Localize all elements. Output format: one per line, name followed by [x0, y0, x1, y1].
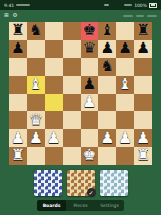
black-pawn[interactable]: ♟ — [134, 40, 152, 58]
white-pawn[interactable]: ♟ — [9, 129, 27, 147]
selected-checkmark-icon: ✓ — [87, 188, 96, 197]
toolbar-text-blur — [123, 15, 133, 17]
square-a8[interactable]: ♜ — [9, 22, 27, 40]
clock-text: 9:41 — [4, 3, 14, 8]
square-c7[interactable] — [45, 40, 63, 58]
square-d8[interactable] — [63, 22, 81, 40]
square-d4[interactable] — [63, 94, 81, 112]
square-c2[interactable]: ♟ — [45, 129, 63, 147]
square-g3[interactable] — [116, 111, 134, 129]
black-pawn[interactable]: ♟ — [81, 76, 99, 94]
square-f8[interactable]: ♝ — [98, 22, 116, 40]
square-a5[interactable] — [9, 76, 27, 94]
square-g1[interactable] — [116, 147, 134, 165]
white-queen[interactable]: ♛ — [27, 111, 45, 129]
square-d3[interactable] — [63, 111, 81, 129]
square-g2[interactable]: ♟ — [116, 129, 134, 147]
square-e1[interactable]: ♚ — [81, 147, 99, 165]
square-a7[interactable]: ♟ — [9, 40, 27, 58]
date-text-blur — [16, 4, 30, 6]
square-h5[interactable] — [134, 76, 152, 94]
white-king[interactable]: ♚ — [81, 147, 99, 165]
square-d6[interactable] — [63, 58, 81, 76]
square-e5[interactable]: ♟ — [81, 76, 99, 94]
square-a1[interactable]: ♜ — [9, 147, 27, 165]
square-e8[interactable]: ♚ — [81, 22, 99, 40]
square-b8[interactable]: ♞ — [27, 22, 45, 40]
square-b6[interactable] — [27, 58, 45, 76]
square-b4[interactable] — [27, 94, 45, 112]
square-e3[interactable] — [81, 111, 99, 129]
square-h2[interactable]: ♟ — [134, 129, 152, 147]
white-pawn[interactable]: ♟ — [134, 129, 152, 147]
square-c8[interactable] — [45, 22, 63, 40]
square-e6[interactable] — [81, 58, 99, 76]
status-left: 9:41 — [4, 3, 30, 8]
square-h4[interactable] — [134, 94, 152, 112]
square-a2[interactable]: ♟ — [9, 129, 27, 147]
black-rook[interactable]: ♜ — [134, 22, 152, 40]
black-pawn[interactable]: ♟ — [9, 40, 27, 58]
square-e7[interactable]: ♛ — [81, 40, 99, 58]
tab-pieces[interactable]: Pieces — [66, 200, 95, 211]
gear-icon[interactable]: ⚙ — [13, 13, 18, 19]
square-g8[interactable] — [116, 22, 134, 40]
white-pawn[interactable]: ♟ — [45, 129, 63, 147]
square-f2[interactable]: ♟ — [98, 129, 116, 147]
black-pawn[interactable]: ♟ — [116, 40, 134, 58]
status-right: 100% — [124, 3, 157, 8]
square-h1[interactable]: ♜ — [134, 147, 152, 165]
square-c4[interactable] — [45, 94, 63, 112]
black-bishop[interactable]: ♝ — [98, 22, 116, 40]
white-rook[interactable]: ♜ — [134, 147, 152, 165]
toolbar: ⊞ ⚙ — [0, 10, 161, 22]
square-e4[interactable]: ♟ — [81, 94, 99, 112]
square-h7[interactable]: ♟ — [134, 40, 152, 58]
black-king[interactable]: ♚ — [81, 22, 99, 40]
toolbar-menu[interactable] — [123, 15, 157, 17]
square-f3[interactable] — [98, 111, 116, 129]
square-c6[interactable] — [45, 58, 63, 76]
square-g5[interactable]: ♝ — [116, 76, 134, 94]
chess-board[interactable]: ♜♞♚♝♜♟♛♟♟♟♞♝♟♝♟♛♟♟♟♟♟♟♜♚♜ — [9, 22, 152, 165]
tab-boards[interactable]: Boards — [37, 200, 66, 211]
square-c3[interactable] — [45, 111, 63, 129]
square-a4[interactable] — [9, 94, 27, 112]
white-pawn[interactable]: ♟ — [116, 129, 134, 147]
square-b1[interactable] — [27, 147, 45, 165]
white-pawn[interactable]: ♟ — [81, 94, 99, 112]
toolbar-text-blur — [147, 15, 157, 17]
square-d2[interactable] — [63, 129, 81, 147]
wifi-icon — [124, 4, 132, 6]
toolbar-text-blur — [136, 15, 144, 17]
square-f4[interactable] — [98, 94, 116, 112]
blue-board-theme[interactable]: ✓ — [34, 170, 62, 196]
battery-percent: 100% — [134, 3, 147, 8]
square-b2[interactable]: ♟ — [27, 129, 45, 147]
grid-icon[interactable]: ⊞ — [4, 13, 9, 19]
square-g7[interactable]: ♟ — [116, 40, 134, 58]
white-pawn[interactable]: ♟ — [27, 129, 45, 147]
square-b7[interactable] — [27, 40, 45, 58]
black-rook[interactable]: ♜ — [9, 22, 27, 40]
black-pawn[interactable]: ♟ — [98, 40, 116, 58]
square-f5[interactable] — [98, 76, 116, 94]
black-knight[interactable]: ♞ — [98, 58, 116, 76]
white-bishop[interactable]: ♝ — [116, 76, 134, 94]
square-d1[interactable] — [63, 147, 81, 165]
status-center-dash — [104, 4, 109, 6]
board-theme-picker: ✓✓✓ — [0, 170, 161, 196]
square-a3[interactable] — [9, 111, 27, 129]
tab-settings[interactable]: Settings — [95, 200, 124, 211]
status-bar: 9:41 100% — [0, 0, 161, 10]
white-bishop[interactable]: ♝ — [27, 76, 45, 94]
chess-app-screen: 9:41 100% ⊞ ⚙ ♜♞♚♝♜♟♛♟♟♟♞♝♟♝♟♛♟♟♟♟♟♟♜♚♜ … — [0, 0, 161, 215]
teal-board-theme[interactable]: ✓ — [100, 170, 128, 196]
square-e2[interactable] — [81, 129, 99, 147]
black-queen[interactable]: ♛ — [81, 40, 99, 58]
square-a6[interactable] — [9, 58, 27, 76]
square-c1[interactable] — [45, 147, 63, 165]
square-b5[interactable]: ♝ — [27, 76, 45, 94]
theme-tab-bar[interactable]: BoardsPiecesSettings — [37, 200, 124, 211]
square-b3[interactable]: ♛ — [27, 111, 45, 129]
square-h6[interactable] — [134, 58, 152, 76]
square-c5[interactable] — [45, 76, 63, 94]
square-g6[interactable] — [116, 58, 134, 76]
square-f6[interactable]: ♞ — [98, 58, 116, 76]
square-d7[interactable] — [63, 40, 81, 58]
square-h3[interactable] — [134, 111, 152, 129]
square-f1[interactable] — [98, 147, 116, 165]
battery-icon — [149, 3, 157, 8]
brown-board-theme[interactable]: ✓ — [67, 170, 95, 196]
white-pawn[interactable]: ♟ — [98, 129, 116, 147]
square-h8[interactable]: ♜ — [134, 22, 152, 40]
square-f7[interactable]: ♟ — [98, 40, 116, 58]
white-rook[interactable]: ♜ — [9, 147, 27, 165]
square-g4[interactable] — [116, 94, 134, 112]
black-knight[interactable]: ♞ — [27, 22, 45, 40]
square-d5[interactable] — [63, 76, 81, 94]
